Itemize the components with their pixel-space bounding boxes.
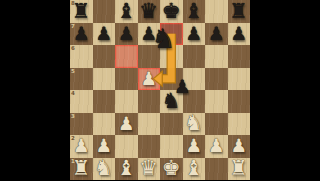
- black-pawn-h7[interactable]: ♟: [228, 23, 251, 46]
- square-c3[interactable]: ♟: [115, 113, 138, 136]
- square-h5[interactable]: [228, 68, 251, 91]
- square-b4[interactable]: [93, 90, 116, 113]
- square-h6[interactable]: [228, 45, 251, 68]
- square-c6[interactable]: [115, 45, 138, 68]
- square-c8[interactable]: ♝: [115, 0, 138, 23]
- black-pawn-b7[interactable]: ♟: [93, 23, 116, 46]
- white-pawn-a2[interactable]: ♟: [70, 135, 93, 158]
- square-g5[interactable]: [205, 68, 228, 91]
- black-knight-e4[interactable]: ♞: [160, 90, 183, 113]
- white-pawn-h2[interactable]: ♟: [228, 135, 251, 158]
- square-a1[interactable]: 1♜: [70, 158, 93, 181]
- square-b3[interactable]: [93, 113, 116, 136]
- square-g2[interactable]: ♟: [205, 135, 228, 158]
- white-knight-f3[interactable]: ♞: [183, 113, 206, 136]
- square-g1[interactable]: [205, 158, 228, 181]
- square-a4[interactable]: 4: [70, 90, 93, 113]
- square-f7[interactable]: ♟: [183, 23, 206, 46]
- square-g6[interactable]: [205, 45, 228, 68]
- square-d8[interactable]: ♛: [138, 0, 161, 23]
- square-e8[interactable]: ♚: [160, 0, 183, 23]
- square-a3[interactable]: 3: [70, 113, 93, 136]
- black-bishop-c8[interactable]: ♝: [115, 0, 138, 23]
- square-f2[interactable]: ♟: [183, 135, 206, 158]
- black-queen-d8[interactable]: ♛: [138, 0, 161, 23]
- square-h2[interactable]: ♟: [228, 135, 251, 158]
- rank-label-6: 6: [71, 45, 75, 52]
- square-d5[interactable]: ♟: [138, 68, 161, 91]
- rank-label-4: 4: [71, 90, 75, 97]
- black-rook-h8[interactable]: ♜: [228, 0, 251, 23]
- white-rook-h1[interactable]: ♜: [228, 158, 251, 181]
- white-king-e1[interactable]: ♚: [160, 158, 183, 181]
- square-e5[interactable]: ♟: [160, 68, 183, 91]
- square-d3[interactable]: [138, 113, 161, 136]
- square-d1[interactable]: ♛: [138, 158, 161, 181]
- white-pawn-d5[interactable]: ♟: [138, 68, 161, 91]
- square-e2[interactable]: [160, 135, 183, 158]
- white-queen-d1[interactable]: ♛: [138, 158, 161, 181]
- square-b2[interactable]: ♟: [93, 135, 116, 158]
- black-rook-a8[interactable]: ♜: [70, 0, 93, 23]
- square-c5[interactable]: [115, 68, 138, 91]
- square-a8[interactable]: 8♜: [70, 0, 93, 23]
- white-bishop-f1[interactable]: ♝: [183, 158, 206, 181]
- square-a5[interactable]: 5: [70, 68, 93, 91]
- chess-board: 8♜♝♛♚♝♜7♟♟♟♟♞♟♟♟65♟♟4♞3♟♞2♟♟♟♟♟1♜♞♝♛♚♝♜: [70, 0, 250, 180]
- square-d4[interactable]: [138, 90, 161, 113]
- rank-label-3: 3: [71, 113, 75, 120]
- square-f8[interactable]: ♝: [183, 0, 206, 23]
- square-h8[interactable]: ♜: [228, 0, 251, 23]
- white-pawn-b2[interactable]: ♟: [93, 135, 116, 158]
- square-e7[interactable]: ♞: [160, 23, 183, 46]
- square-a2[interactable]: 2♟: [70, 135, 93, 158]
- square-h7[interactable]: ♟: [228, 23, 251, 46]
- square-a7[interactable]: 7♟: [70, 23, 93, 46]
- white-rook-a1[interactable]: ♜: [70, 158, 93, 181]
- white-knight-b1[interactable]: ♞: [93, 158, 116, 181]
- white-pawn-f2[interactable]: ♟: [183, 135, 206, 158]
- black-pawn-a7[interactable]: ♟: [70, 23, 93, 46]
- square-d2[interactable]: [138, 135, 161, 158]
- white-pawn-c3[interactable]: ♟: [115, 113, 138, 136]
- square-f6[interactable]: [183, 45, 206, 68]
- square-g3[interactable]: [205, 113, 228, 136]
- square-e4[interactable]: ♞: [160, 90, 183, 113]
- square-c1[interactable]: ♝: [115, 158, 138, 181]
- black-bishop-f8[interactable]: ♝: [183, 0, 206, 23]
- square-b5[interactable]: [93, 68, 116, 91]
- square-e3[interactable]: [160, 113, 183, 136]
- square-a6[interactable]: 6: [70, 45, 93, 68]
- square-h3[interactable]: [228, 113, 251, 136]
- square-c2[interactable]: [115, 135, 138, 158]
- square-b6[interactable]: [93, 45, 116, 68]
- square-c4[interactable]: [115, 90, 138, 113]
- square-g7[interactable]: ♟: [205, 23, 228, 46]
- square-g8[interactable]: [205, 0, 228, 23]
- square-f1[interactable]: ♝: [183, 158, 206, 181]
- square-e1[interactable]: ♚: [160, 158, 183, 181]
- square-g4[interactable]: [205, 90, 228, 113]
- square-h1[interactable]: ♜: [228, 158, 251, 181]
- square-c7[interactable]: ♟: [115, 23, 138, 46]
- square-b8[interactable]: [93, 0, 116, 23]
- black-king-e8[interactable]: ♚: [160, 0, 183, 23]
- white-bishop-c1[interactable]: ♝: [115, 158, 138, 181]
- square-h4[interactable]: [228, 90, 251, 113]
- video-frame: 8♜♝♛♚♝♜7♟♟♟♟♞♟♟♟65♟♟4♞3♟♞2♟♟♟♟♟1♜♞♝♛♚♝♜: [0, 0, 320, 180]
- square-b1[interactable]: ♞: [93, 158, 116, 181]
- black-pawn-c7[interactable]: ♟: [115, 23, 138, 46]
- black-pawn-g7[interactable]: ♟: [205, 23, 228, 46]
- black-knight-e7-animating[interactable]: ♞: [152, 28, 175, 51]
- square-f3[interactable]: ♞: [183, 113, 206, 136]
- rank-label-5: 5: [71, 68, 75, 75]
- square-b7[interactable]: ♟: [93, 23, 116, 46]
- black-pawn-f7[interactable]: ♟: [183, 23, 206, 46]
- white-pawn-g2[interactable]: ♟: [205, 135, 228, 158]
